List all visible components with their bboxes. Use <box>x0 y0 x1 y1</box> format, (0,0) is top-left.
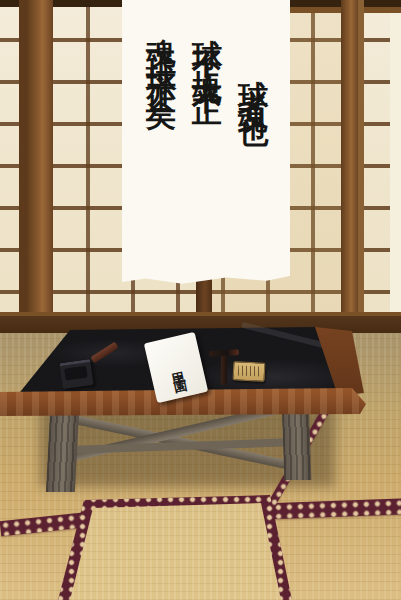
wooden-tablet <box>233 361 266 382</box>
banner-column-middle: 球不正魂不正 <box>184 0 230 286</box>
banner-text: 球者魂也 球不正魂不正 魂正球亦正矣 <box>138 0 276 286</box>
shoji-frame-left <box>19 0 27 318</box>
wood-pillar-left <box>27 0 53 318</box>
shoji-frame-right <box>358 0 364 318</box>
ink-stone-well <box>64 366 87 381</box>
table-leg-left <box>46 412 79 492</box>
brush-rest <box>221 354 227 385</box>
tablet-text-marks <box>238 365 260 376</box>
banner-column-right: 球者魂也 <box>230 0 276 286</box>
photo: 球者魂也 球不正魂不正 魂正球亦正矣 甲子園 <box>0 0 401 600</box>
wood-post-right <box>341 0 358 318</box>
calligraphy-banner: 球者魂也 球不正魂不正 魂正球亦正矣 <box>122 0 290 286</box>
banner-column-left: 魂正球亦正矣 <box>138 0 184 286</box>
paper-text: 甲子園 <box>166 360 186 375</box>
ink-stone <box>59 359 93 389</box>
wall-right-edge <box>390 0 401 333</box>
